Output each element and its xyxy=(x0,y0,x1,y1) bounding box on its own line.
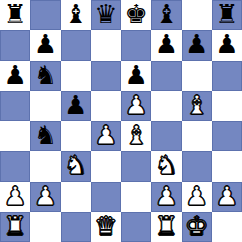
white-pawn-piece[interactable]: ♟ xyxy=(155,183,178,209)
square-e2[interactable] xyxy=(121,182,151,212)
white-king-piece[interactable]: ♚ xyxy=(185,213,208,239)
white-pawn-piece[interactable]: ♟ xyxy=(3,183,26,209)
square-f2[interactable]: ♟ xyxy=(151,182,181,212)
black-pawn-piece[interactable]: ♟ xyxy=(215,31,238,57)
square-e7[interactable] xyxy=(121,30,151,60)
square-c2[interactable] xyxy=(61,182,91,212)
white-pawn-piece[interactable]: ♟ xyxy=(94,122,117,148)
black-pawn-piece[interactable]: ♟ xyxy=(3,62,26,88)
square-d4[interactable]: ♟ xyxy=(91,121,121,151)
square-c3[interactable]: ♞ xyxy=(61,151,91,181)
black-rook-piece[interactable]: ♜ xyxy=(3,1,26,27)
square-c1[interactable] xyxy=(61,212,91,242)
square-d7[interactable] xyxy=(91,30,121,60)
square-h8[interactable]: ♜ xyxy=(212,0,242,30)
square-g1[interactable]: ♚ xyxy=(182,212,212,242)
square-e3[interactable] xyxy=(121,151,151,181)
square-b1[interactable] xyxy=(30,212,60,242)
black-rook-piece[interactable]: ♜ xyxy=(215,1,238,27)
square-d5[interactable] xyxy=(91,91,121,121)
white-queen-piece[interactable]: ♛ xyxy=(94,213,117,239)
square-e8[interactable]: ♚ xyxy=(121,0,151,30)
white-rook-piece[interactable]: ♜ xyxy=(3,213,26,239)
black-knight-piece[interactable]: ♞ xyxy=(34,62,57,88)
square-e5[interactable]: ♟ xyxy=(121,91,151,121)
square-f3[interactable]: ♞ xyxy=(151,151,181,181)
square-c5[interactable]: ♟ xyxy=(61,91,91,121)
square-h3[interactable] xyxy=(212,151,242,181)
square-g2[interactable]: ♟ xyxy=(182,182,212,212)
square-f5[interactable] xyxy=(151,91,181,121)
square-h1[interactable] xyxy=(212,212,242,242)
square-d6[interactable] xyxy=(91,61,121,91)
white-pawn-piece[interactable]: ♟ xyxy=(215,183,238,209)
square-h2[interactable]: ♟ xyxy=(212,182,242,212)
square-g3[interactable] xyxy=(182,151,212,181)
black-queen-piece[interactable]: ♛ xyxy=(94,1,117,27)
white-bishop-piece[interactable]: ♝ xyxy=(185,92,208,118)
square-a3[interactable] xyxy=(0,151,30,181)
square-a8[interactable]: ♜ xyxy=(0,0,30,30)
white-knight-piece[interactable]: ♞ xyxy=(64,152,87,178)
square-h5[interactable] xyxy=(212,91,242,121)
chess-board: ♜♝♛♚♝♜♟♟♟♟♟♞♟♟♟♝♞♟♝♞♞♟♟♟♟♟♜♛♜♚ xyxy=(0,0,242,242)
square-b3[interactable] xyxy=(30,151,60,181)
square-g8[interactable] xyxy=(182,0,212,30)
black-pawn-piece[interactable]: ♟ xyxy=(34,31,57,57)
square-b6[interactable]: ♞ xyxy=(30,61,60,91)
square-a2[interactable]: ♟ xyxy=(0,182,30,212)
square-e1[interactable] xyxy=(121,212,151,242)
square-a5[interactable] xyxy=(0,91,30,121)
square-b7[interactable]: ♟ xyxy=(30,30,60,60)
white-knight-piece[interactable]: ♞ xyxy=(155,152,178,178)
square-h7[interactable]: ♟ xyxy=(212,30,242,60)
white-pawn-piece[interactable]: ♟ xyxy=(185,183,208,209)
square-a6[interactable]: ♟ xyxy=(0,61,30,91)
square-f7[interactable]: ♟ xyxy=(151,30,181,60)
square-f6[interactable] xyxy=(151,61,181,91)
square-a7[interactable] xyxy=(0,30,30,60)
square-c8[interactable]: ♝ xyxy=(61,0,91,30)
square-f8[interactable]: ♝ xyxy=(151,0,181,30)
square-d8[interactable]: ♛ xyxy=(91,0,121,30)
black-pawn-piece[interactable]: ♟ xyxy=(185,31,208,57)
square-f4[interactable] xyxy=(151,121,181,151)
square-c4[interactable] xyxy=(61,121,91,151)
square-d1[interactable]: ♛ xyxy=(91,212,121,242)
black-pawn-piece[interactable]: ♟ xyxy=(64,92,87,118)
black-king-piece[interactable]: ♚ xyxy=(124,1,147,27)
black-pawn-piece[interactable]: ♟ xyxy=(155,31,178,57)
square-a4[interactable] xyxy=(0,121,30,151)
black-knight-piece[interactable]: ♞ xyxy=(34,122,57,148)
square-g4[interactable] xyxy=(182,121,212,151)
white-rook-piece[interactable]: ♜ xyxy=(155,213,178,239)
black-bishop-piece[interactable]: ♝ xyxy=(64,1,87,27)
square-b2[interactable]: ♟ xyxy=(30,182,60,212)
square-b5[interactable] xyxy=(30,91,60,121)
square-c6[interactable] xyxy=(61,61,91,91)
square-a1[interactable]: ♜ xyxy=(0,212,30,242)
white-bishop-piece[interactable]: ♝ xyxy=(124,122,147,148)
square-b8[interactable] xyxy=(30,0,60,30)
square-c7[interactable] xyxy=(61,30,91,60)
square-h4[interactable] xyxy=(212,121,242,151)
white-pawn-piece[interactable]: ♟ xyxy=(34,183,57,209)
black-bishop-piece[interactable]: ♝ xyxy=(155,1,178,27)
square-g6[interactable] xyxy=(182,61,212,91)
square-g7[interactable]: ♟ xyxy=(182,30,212,60)
square-e6[interactable]: ♟ xyxy=(121,61,151,91)
square-b4[interactable]: ♞ xyxy=(30,121,60,151)
square-h6[interactable] xyxy=(212,61,242,91)
square-d2[interactable] xyxy=(91,182,121,212)
black-pawn-piece[interactable]: ♟ xyxy=(124,62,147,88)
square-d3[interactable] xyxy=(91,151,121,181)
square-g5[interactable]: ♝ xyxy=(182,91,212,121)
square-f1[interactable]: ♜ xyxy=(151,212,181,242)
white-pawn-piece[interactable]: ♟ xyxy=(124,92,147,118)
square-e4[interactable]: ♝ xyxy=(121,121,151,151)
